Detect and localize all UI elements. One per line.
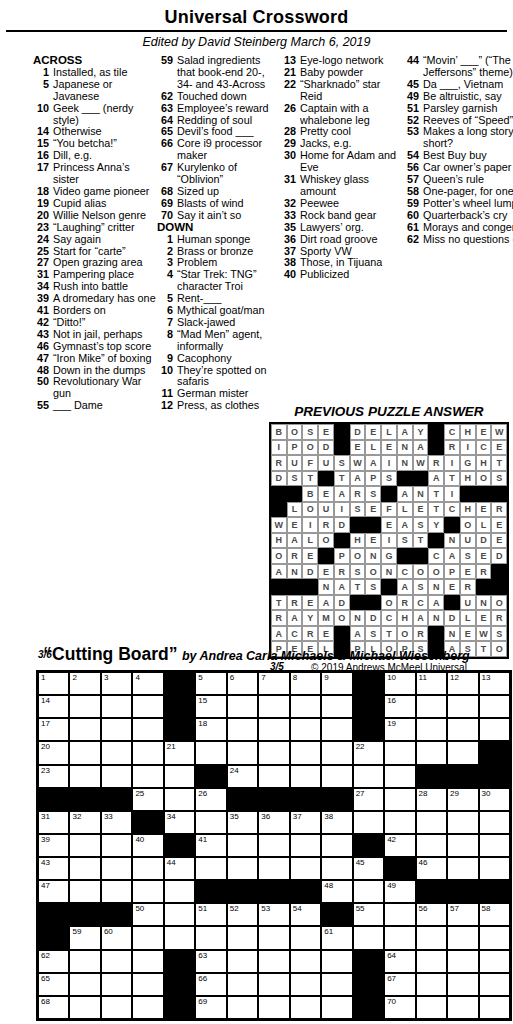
grid-cell[interactable]: 2: [69, 672, 100, 695]
grid-cell[interactable]: [101, 880, 132, 903]
cell-number: 27: [356, 789, 365, 798]
answer-cell-black: [334, 626, 350, 642]
answer-cell: A: [271, 564, 287, 580]
grid-cell[interactable]: 7: [258, 672, 289, 695]
grid-cell[interactable]: 62: [38, 950, 69, 973]
grid-cell[interactable]: 39: [38, 834, 69, 857]
grid-cell[interactable]: [290, 834, 321, 857]
grid-cell[interactable]: 3: [101, 672, 132, 695]
grid-cell[interactable]: 20: [38, 741, 69, 764]
answer-cell: N: [444, 626, 460, 642]
answer-cell: E: [365, 533, 381, 549]
grid-cell[interactable]: [290, 926, 321, 949]
grid-cell[interactable]: 51: [195, 903, 226, 926]
cell-number: 52: [230, 904, 239, 913]
grid-cell[interactable]: [132, 996, 163, 1019]
grid-cell[interactable]: [258, 950, 289, 973]
grid-cell[interactable]: [101, 996, 132, 1019]
grid-cell[interactable]: 53: [258, 903, 289, 926]
cell-number: 32: [72, 812, 81, 821]
clue-number: 59: [403, 198, 419, 210]
clue-text: Redding of soul: [177, 114, 252, 126]
grid-cell[interactable]: 28: [416, 788, 447, 811]
grid-cell-black: [416, 765, 447, 788]
grid-cell[interactable]: [132, 857, 163, 880]
grid-cell[interactable]: [447, 834, 478, 857]
grid-cell[interactable]: [258, 996, 289, 1019]
grid-cell[interactable]: [384, 788, 415, 811]
answer-cell: O: [476, 471, 492, 487]
clue-number: 19: [33, 198, 49, 210]
answer-cell: S: [350, 502, 366, 518]
grid-cell[interactable]: 65: [38, 973, 69, 996]
grid-cell[interactable]: 16: [384, 695, 415, 718]
grid-cell[interactable]: 70: [384, 996, 415, 1019]
grid-cell[interactable]: 69: [195, 996, 226, 1019]
grid-cell[interactable]: [69, 741, 100, 764]
answer-cell-black: [350, 595, 366, 611]
grid-cell-black: [38, 788, 69, 811]
grid-cell[interactable]: 44: [164, 857, 195, 880]
answer-cell-black: [287, 579, 303, 595]
grid-cell[interactable]: 5: [195, 672, 226, 695]
grid-cell[interactable]: [101, 834, 132, 857]
grid-cell[interactable]: [258, 834, 289, 857]
grid-cell[interactable]: 34: [164, 811, 195, 834]
answer-cell: O: [350, 548, 366, 564]
clue-text: “Sharknado” star Reid: [300, 78, 380, 102]
grid-cell[interactable]: [195, 811, 226, 834]
answer-cell-black: [271, 486, 287, 502]
grid-cell[interactable]: 64: [384, 950, 415, 973]
grid-cell[interactable]: 57: [447, 903, 478, 926]
grid-cell[interactable]: [479, 973, 510, 996]
grid-cell[interactable]: [479, 996, 510, 1019]
grid-cell[interactable]: [258, 741, 289, 764]
answer-cell-black: [491, 564, 507, 580]
clue-number: 51: [403, 103, 419, 115]
grid-cell[interactable]: [353, 880, 384, 903]
clue-text: Rock band gear: [300, 209, 376, 221]
answer-cell: T: [413, 533, 429, 549]
grid-cell[interactable]: [101, 718, 132, 741]
clue-text: Sporty VW: [300, 245, 352, 257]
grid-cell[interactable]: 23: [38, 765, 69, 788]
grid-cell[interactable]: [321, 765, 352, 788]
grid-cell[interactable]: [447, 811, 478, 834]
grid-cell[interactable]: [227, 695, 258, 718]
clue-text: Potter’s wheel lump: [423, 197, 513, 209]
cell-number: 45: [356, 858, 365, 867]
grid-cell[interactable]: 17: [38, 718, 69, 741]
cell-number: 55: [356, 904, 365, 913]
grid-cell[interactable]: 15: [195, 695, 226, 718]
grid-cell[interactable]: [384, 903, 415, 926]
grid-cell-black: [164, 718, 195, 741]
grid-cell[interactable]: [384, 765, 415, 788]
clue-text: Employee’s reward: [177, 102, 269, 114]
grid-cell[interactable]: 40: [132, 834, 163, 857]
answer-cell: O: [428, 564, 444, 580]
grid-cell[interactable]: [195, 741, 226, 764]
answer-cell: O: [302, 502, 318, 518]
clue-text: Miss no questions on: [423, 233, 513, 245]
grid-cell[interactable]: [132, 880, 163, 903]
grid-cell[interactable]: 29: [447, 788, 478, 811]
grid-cell[interactable]: 67: [384, 973, 415, 996]
grid-cell[interactable]: 49: [384, 880, 415, 903]
grid-cell[interactable]: [69, 857, 100, 880]
grid-cell[interactable]: [227, 834, 258, 857]
cell-number: 17: [41, 719, 50, 728]
grid-cell[interactable]: 38: [321, 811, 352, 834]
grid-cell[interactable]: 18: [195, 718, 226, 741]
grid-cell[interactable]: 61: [321, 926, 352, 949]
grid-cell[interactable]: 19: [384, 718, 415, 741]
answer-cell: S: [365, 486, 381, 502]
grid-cell[interactable]: [321, 950, 352, 973]
grid-cell[interactable]: [101, 973, 132, 996]
grid-cell[interactable]: 68: [38, 996, 69, 1019]
cell-number: 10: [387, 673, 396, 682]
clue-text: Problem: [177, 256, 217, 268]
grid-cell[interactable]: 41: [195, 834, 226, 857]
answer-cell: A: [334, 486, 350, 502]
grid-cell[interactable]: 59: [69, 926, 100, 949]
grid-cell[interactable]: [69, 718, 100, 741]
answer-cell: E: [476, 548, 492, 564]
answer-cell: N: [444, 533, 460, 549]
clue: 30Home for Adam and Eve: [280, 150, 403, 174]
grid-cell[interactable]: [227, 718, 258, 741]
grid-cell[interactable]: [101, 741, 132, 764]
grid-cell[interactable]: 24: [227, 765, 258, 788]
grid-cell[interactable]: [479, 926, 510, 949]
grid-cell[interactable]: [227, 973, 258, 996]
answer-cell-black: [318, 548, 334, 564]
grid-cell[interactable]: [69, 950, 100, 973]
grid-cell[interactable]: [132, 741, 163, 764]
puzzle-byline: by Andrea Carla Michaels & Michael Wiese…: [182, 649, 470, 663]
grid-cell[interactable]: [132, 950, 163, 973]
grid-cell[interactable]: [69, 695, 100, 718]
grid-cell[interactable]: [416, 695, 447, 718]
grid-cell[interactable]: [101, 695, 132, 718]
answer-cell-black: [428, 626, 444, 642]
answer-cell: E: [491, 533, 507, 549]
cell-number: 62: [41, 951, 50, 960]
grid-cell[interactable]: [227, 741, 258, 764]
cell-number: 4: [135, 673, 139, 682]
grid-cell[interactable]: [227, 996, 258, 1019]
grid-cell[interactable]: [447, 741, 478, 764]
clue-number: 22: [280, 79, 296, 91]
grid-cell[interactable]: 42: [384, 834, 415, 857]
grid-cell[interactable]: [479, 695, 510, 718]
grid-cell[interactable]: [290, 857, 321, 880]
grid-cell-black: [384, 857, 415, 880]
cell-number: 25: [135, 789, 144, 798]
clue-text: ___ Dame: [53, 399, 103, 411]
cell-number: 69: [198, 997, 207, 1006]
grid-cell[interactable]: [132, 765, 163, 788]
answer-cell: U: [460, 533, 476, 549]
clue-text: Press, as clothes: [177, 399, 259, 411]
grid-cell[interactable]: 55: [353, 903, 384, 926]
clue-number: 1: [157, 234, 173, 246]
grid-cell[interactable]: 12: [447, 672, 478, 695]
grid-cell[interactable]: [69, 880, 100, 903]
clue-number: 59: [157, 55, 173, 67]
clue-column-2: 59Salad ingredients that book-end 20-, 3…: [157, 55, 280, 412]
grid-cell[interactable]: 25: [132, 788, 163, 811]
answer-cell: W: [271, 517, 287, 533]
grid-cell-black: [353, 950, 384, 973]
grid-cell[interactable]: [384, 811, 415, 834]
grid-cell[interactable]: [384, 741, 415, 764]
grid-cell[interactable]: 36: [258, 811, 289, 834]
grid-cell[interactable]: [416, 950, 447, 973]
grid-cell[interactable]: 63: [195, 950, 226, 973]
clue-text: Makes a long story short?: [423, 125, 513, 149]
grid-cell[interactable]: [321, 973, 352, 996]
grid-cell[interactable]: [290, 973, 321, 996]
grid-cell[interactable]: [132, 718, 163, 741]
grid-cell[interactable]: [164, 903, 195, 926]
grid-cell[interactable]: 66: [195, 973, 226, 996]
answer-cell: O: [318, 533, 334, 549]
grid-cell[interactable]: [69, 834, 100, 857]
grid-cell[interactable]: [321, 741, 352, 764]
grid-cell[interactable]: [416, 718, 447, 741]
grid-cell[interactable]: [290, 718, 321, 741]
grid-cell[interactable]: [164, 880, 195, 903]
grid-cell[interactable]: [258, 695, 289, 718]
grid-cell[interactable]: 22: [353, 741, 384, 764]
answer-cell-black: [287, 486, 303, 502]
grid-cell[interactable]: [416, 834, 447, 857]
answer-cell: H: [460, 502, 476, 518]
grid-cell-black: [353, 973, 384, 996]
answer-cell: A: [444, 548, 460, 564]
grid-cell[interactable]: [227, 857, 258, 880]
grid-cell-black: [447, 880, 478, 903]
grid-cell[interactable]: [353, 811, 384, 834]
grid-cell[interactable]: [164, 765, 195, 788]
grid-cell[interactable]: [290, 741, 321, 764]
grid-cell[interactable]: 9: [321, 672, 352, 695]
grid-cell[interactable]: [132, 973, 163, 996]
clue-number: 60: [403, 210, 419, 222]
grid-cell[interactable]: 47: [38, 880, 69, 903]
answer-cell: S: [460, 548, 476, 564]
grid-cell[interactable]: [479, 811, 510, 834]
clue-number: 55: [33, 400, 49, 412]
grid-cell[interactable]: [447, 695, 478, 718]
cell-number: 21: [167, 742, 176, 751]
grid-cell[interactable]: 30: [479, 788, 510, 811]
answer-cell: T: [302, 471, 318, 487]
grid-cell[interactable]: [416, 973, 447, 996]
grid-cell[interactable]: [258, 718, 289, 741]
grid-cell[interactable]: [384, 926, 415, 949]
grid-cell[interactable]: [132, 695, 163, 718]
answer-cell: R: [413, 626, 429, 642]
grid-cell[interactable]: [258, 973, 289, 996]
grid-cell[interactable]: [227, 950, 258, 973]
clue-text: Quarterback’s cry: [423, 209, 507, 221]
grid-cell[interactable]: 10: [384, 672, 415, 695]
cell-number: 30: [482, 789, 491, 798]
grid-cell[interactable]: [101, 765, 132, 788]
clue-text: They’re spotted on safaris: [177, 364, 266, 388]
answer-cell: L: [397, 502, 413, 518]
clue-text: Publicized: [300, 268, 349, 280]
grid-cell[interactable]: [290, 996, 321, 1019]
grid-cell[interactable]: 37: [290, 811, 321, 834]
clue-text: Sized up: [177, 185, 219, 197]
cell-number: 57: [450, 904, 459, 913]
grid-cell[interactable]: 58: [479, 903, 510, 926]
grid-cell[interactable]: [69, 973, 100, 996]
answer-cell: E: [491, 517, 507, 533]
grid-cell[interactable]: 56: [416, 903, 447, 926]
answer-cell: O: [397, 626, 413, 642]
clue-text: Queen’s rule: [423, 173, 484, 185]
grid-cell[interactable]: 54: [290, 903, 321, 926]
grid-cell[interactable]: [479, 950, 510, 973]
grid-cell[interactable]: [479, 718, 510, 741]
grid-cell[interactable]: [69, 996, 100, 1019]
grid-cell[interactable]: [416, 741, 447, 764]
cell-number: 66: [198, 974, 207, 983]
grid-cell[interactable]: 60: [101, 926, 132, 949]
grid-cell[interactable]: [321, 996, 352, 1019]
grid-cell[interactable]: 50: [132, 903, 163, 926]
grid-cell[interactable]: 13: [479, 672, 510, 695]
grid-cell[interactable]: 31: [38, 811, 69, 834]
grid-cell[interactable]: [447, 973, 478, 996]
answer-cell: H: [460, 471, 476, 487]
grid-cell-black: [447, 765, 478, 788]
grid-cell[interactable]: 46: [416, 857, 447, 880]
answer-cell: O: [334, 610, 350, 626]
answer-cell-black: [334, 424, 350, 440]
grid-cell[interactable]: 8: [290, 672, 321, 695]
grid-cell[interactable]: [290, 695, 321, 718]
clue-number: 10: [157, 365, 173, 377]
grid-cell[interactable]: [101, 950, 132, 973]
grid-cell[interactable]: [447, 857, 478, 880]
grid-cell[interactable]: [416, 996, 447, 1019]
grid-cell[interactable]: [290, 765, 321, 788]
grid-cell[interactable]: [195, 926, 226, 949]
answer-cell: E: [302, 548, 318, 564]
answer-cell: T: [428, 502, 444, 518]
cell-number: 59: [72, 927, 81, 936]
grid-cell-black: [353, 834, 384, 857]
grid-cell-black: [258, 788, 289, 811]
grid-cell-black: [353, 695, 384, 718]
clue: 26Captain with a whalebone leg: [280, 103, 403, 127]
grid-cell[interactable]: [447, 996, 478, 1019]
grid-cell-black: [290, 788, 321, 811]
answer-cell: T: [334, 471, 350, 487]
grid-cell[interactable]: [164, 926, 195, 949]
grid-cell[interactable]: [479, 834, 510, 857]
grid-cell[interactable]: [321, 834, 352, 857]
grid-cell[interactable]: [164, 788, 195, 811]
cell-number: 23: [41, 766, 50, 775]
grid-cell[interactable]: 32: [69, 811, 100, 834]
clue-text: Core i9 processor maker: [177, 137, 262, 161]
grid-cell[interactable]: 6: [227, 672, 258, 695]
answer-cell: H: [397, 610, 413, 626]
grid-cell[interactable]: [290, 950, 321, 973]
grid-cell[interactable]: 48: [321, 880, 352, 903]
grid-cell[interactable]: [195, 857, 226, 880]
grid-cell[interactable]: [447, 926, 478, 949]
grid-cell[interactable]: [479, 857, 510, 880]
clue-number: 61: [403, 222, 419, 234]
grid-cell[interactable]: [353, 765, 384, 788]
grid-cell[interactable]: 27: [353, 788, 384, 811]
cell-number: 44: [167, 858, 176, 867]
clue-number: 44: [403, 55, 419, 67]
grid-cell[interactable]: 35: [227, 811, 258, 834]
grid-cell[interactable]: 33: [101, 811, 132, 834]
grid-cell[interactable]: [416, 926, 447, 949]
grid-cell[interactable]: [447, 950, 478, 973]
grid-cell-black: [164, 834, 195, 857]
grid-cell[interactable]: [69, 765, 100, 788]
cell-number: 15: [198, 696, 207, 705]
clue-text: Dill, e.g.: [53, 149, 92, 161]
grid-cell[interactable]: 21: [164, 741, 195, 764]
answer-cell: S: [334, 455, 350, 471]
grid-cell[interactable]: [132, 926, 163, 949]
answer-cell-black: [444, 517, 460, 533]
grid-cell[interactable]: [258, 926, 289, 949]
grid-cell[interactable]: 43: [38, 857, 69, 880]
grid-cell[interactable]: 52: [227, 903, 258, 926]
grid-cell[interactable]: 4: [132, 672, 163, 695]
grid-cell[interactable]: [321, 695, 352, 718]
clue-number: 62: [157, 91, 173, 103]
grid-cell[interactable]: [416, 811, 447, 834]
grid-cell[interactable]: 45: [353, 857, 384, 880]
grid-cell[interactable]: [227, 926, 258, 949]
grid-cell[interactable]: [321, 857, 352, 880]
grid-cell[interactable]: [321, 718, 352, 741]
grid-cell[interactable]: [353, 926, 384, 949]
answer-cell: N: [365, 548, 381, 564]
answer-cell: S: [287, 471, 303, 487]
clue: 4“Star Trek: TNG” character Troi: [157, 269, 280, 293]
cell-number: 29: [450, 789, 459, 798]
grid-cell[interactable]: [258, 765, 289, 788]
grid-cell[interactable]: 1: [38, 672, 69, 695]
clue-text: Da ___, Vietnam: [423, 78, 503, 90]
grid-cell[interactable]: 14: [38, 695, 69, 718]
grid-cell[interactable]: [101, 857, 132, 880]
answer-cell-black: [428, 424, 444, 440]
clue-text: Morays and congers: [423, 221, 513, 233]
grid-cell[interactable]: [447, 718, 478, 741]
grid-cell[interactable]: [258, 857, 289, 880]
grid-cell[interactable]: 26: [195, 788, 226, 811]
grid-cell[interactable]: 11: [416, 672, 447, 695]
